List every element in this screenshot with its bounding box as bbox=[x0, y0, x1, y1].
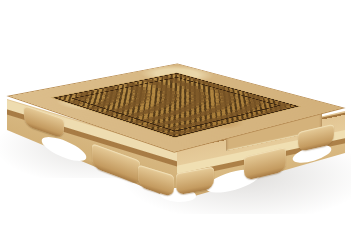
chessboard bbox=[6, 63, 345, 152]
mosaic-border bbox=[53, 73, 299, 137]
board-3d-stage bbox=[0, 0, 351, 234]
chess-set-photo bbox=[0, 0, 351, 234]
board-grid bbox=[74, 78, 278, 131]
